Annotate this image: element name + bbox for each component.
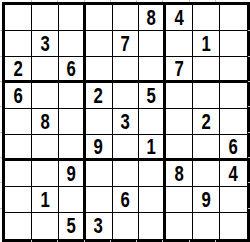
cell-r7c7[interactable]: 8 [166, 161, 193, 187]
cell-r8c1[interactable] [5, 187, 32, 213]
cell-r3c7[interactable]: 7 [166, 57, 193, 83]
cell-r6c5[interactable] [113, 135, 140, 161]
grid-tick [248, 157, 250, 158]
given-digit: 1 [40, 189, 49, 211]
given-digit: 6 [229, 136, 238, 158]
cell-r9c5[interactable] [113, 213, 140, 239]
grid-tick [248, 132, 250, 133]
cell-r2c8[interactable]: 1 [193, 31, 220, 57]
given-digit: 4 [229, 163, 238, 185]
grid-tick [248, 208, 250, 209]
cell-r9c9[interactable] [220, 213, 247, 239]
cell-r7c1[interactable] [5, 161, 32, 187]
cell-r5c8[interactable]: 2 [193, 109, 220, 135]
given-digit: 7 [175, 58, 184, 80]
sudoku-screenshot: 8437126762583291698416953 [0, 0, 250, 242]
given-digit: 9 [66, 163, 75, 185]
cell-r8c2[interactable]: 1 [32, 187, 59, 213]
cell-r1c3[interactable] [59, 5, 86, 31]
grid-tick [215, 0, 216, 2]
cell-r6c2[interactable] [32, 135, 59, 161]
cell-r2c4[interactable] [86, 31, 113, 57]
cell-r3c5[interactable] [113, 57, 140, 83]
cell-r1c8[interactable] [193, 5, 220, 31]
cell-r6c3[interactable] [59, 135, 86, 161]
given-digit: 6 [66, 58, 75, 80]
grid-tick [248, 81, 250, 82]
cell-r6c8[interactable] [193, 135, 220, 161]
grid-tick [0, 182, 2, 183]
cell-r5c5[interactable]: 3 [113, 109, 140, 135]
given-digit: 1 [202, 33, 211, 55]
cell-r7c4[interactable] [86, 161, 113, 187]
grid-tick [248, 30, 250, 31]
grid-tick [0, 106, 2, 107]
cell-r2c1[interactable] [5, 31, 32, 57]
grid-tick [110, 0, 111, 2]
cell-r7c2[interactable] [32, 161, 59, 187]
grid-tick [248, 106, 250, 107]
given-digit: 6 [13, 85, 22, 107]
cell-r5c9[interactable] [220, 109, 247, 135]
cell-r4c2[interactable] [32, 83, 59, 109]
grid-tick [136, 0, 137, 2]
given-digit: 3 [94, 215, 103, 237]
cell-r2c6[interactable] [139, 31, 166, 57]
cell-r4c7[interactable] [166, 83, 193, 109]
grid-tick [248, 56, 250, 57]
given-digit: 8 [175, 163, 184, 185]
cell-r1c6[interactable]: 8 [139, 5, 166, 31]
cell-r7c8[interactable] [193, 161, 220, 187]
cell-r9c2[interactable] [32, 213, 59, 239]
cell-r7c6[interactable] [139, 161, 166, 187]
cell-r8c5[interactable]: 6 [113, 187, 140, 213]
cell-r8c7[interactable] [166, 187, 193, 213]
cell-r3c4[interactable] [86, 57, 113, 83]
cell-r7c3[interactable]: 9 [59, 161, 86, 187]
cell-r3c2[interactable] [32, 57, 59, 83]
given-digit: 9 [202, 189, 211, 211]
cell-r6c9[interactable]: 6 [220, 135, 247, 161]
cell-r5c2[interactable]: 8 [32, 109, 59, 135]
grid-tick [0, 30, 2, 31]
grid-tick [189, 0, 190, 2]
given-digit: 6 [121, 189, 130, 211]
cell-r4c1[interactable]: 6 [5, 83, 32, 109]
given-digit: 9 [94, 136, 103, 158]
cell-r7c5[interactable] [113, 161, 140, 187]
given-digit: 7 [121, 33, 130, 55]
cell-r3c6[interactable] [139, 57, 166, 83]
cell-r3c1[interactable]: 2 [5, 57, 32, 83]
grid-tick [162, 0, 163, 2]
grid-tick [0, 157, 2, 158]
cell-r8c8[interactable]: 9 [193, 187, 220, 213]
given-digit: 2 [94, 85, 103, 107]
given-digit: 5 [147, 85, 156, 107]
given-digit: 3 [40, 33, 49, 55]
grid-tick [84, 0, 85, 2]
given-digit: 8 [40, 111, 49, 133]
grid-tick [57, 0, 58, 2]
cell-r9c4[interactable]: 3 [86, 213, 113, 239]
cell-r5c6[interactable] [139, 109, 166, 135]
cell-r2c7[interactable] [166, 31, 193, 57]
given-digit: 5 [66, 215, 75, 237]
cell-r9c1[interactable] [5, 213, 32, 239]
cell-r4c5[interactable] [113, 83, 140, 109]
cell-r2c9[interactable] [220, 31, 247, 57]
cell-r5c1[interactable] [5, 109, 32, 135]
cell-r1c9[interactable] [220, 5, 247, 31]
cell-r9c3[interactable]: 5 [59, 213, 86, 239]
cell-r1c1[interactable] [5, 5, 32, 31]
cell-r6c4[interactable]: 9 [86, 135, 113, 161]
cell-r7c9[interactable]: 4 [220, 161, 247, 187]
cell-r5c7[interactable] [166, 109, 193, 135]
cell-r8c6[interactable] [139, 187, 166, 213]
grid-tick [0, 208, 2, 209]
given-digit: 2 [202, 111, 211, 133]
cell-r1c2[interactable] [32, 5, 59, 31]
given-digit: 4 [175, 7, 184, 29]
cell-r6c1[interactable] [5, 135, 32, 161]
cell-r5c4[interactable] [86, 109, 113, 135]
given-digit: 8 [147, 7, 156, 29]
cell-r2c3[interactable] [59, 31, 86, 57]
cell-r4c9[interactable] [220, 83, 247, 109]
given-digit: 1 [147, 136, 156, 158]
cell-r1c4[interactable] [86, 5, 113, 31]
cell-r6c6[interactable]: 1 [139, 135, 166, 161]
given-digit: 2 [13, 58, 22, 80]
cell-r4c4[interactable]: 2 [86, 83, 113, 109]
cell-r8c3[interactable] [59, 187, 86, 213]
grid-tick [0, 81, 2, 82]
cell-r2c2[interactable]: 3 [32, 31, 59, 57]
given-digit: 3 [121, 111, 130, 133]
cell-r8c4[interactable] [86, 187, 113, 213]
grid-tick [31, 0, 32, 2]
cell-r1c7[interactable]: 4 [166, 5, 193, 31]
cell-r1c5[interactable] [113, 5, 140, 31]
grid-tick [0, 56, 2, 57]
cell-r9c7[interactable] [166, 213, 193, 239]
grid-tick [248, 182, 250, 183]
cell-r9c8[interactable] [193, 213, 220, 239]
cell-r5c3[interactable] [59, 109, 86, 135]
sudoku-board: 8437126762583291698416953 [2, 2, 250, 242]
cell-r2c5[interactable]: 7 [113, 31, 140, 57]
cell-r8c9[interactable] [220, 187, 247, 213]
cell-r6c7[interactable] [166, 135, 193, 161]
cell-r9c6[interactable] [139, 213, 166, 239]
cell-r4c3[interactable] [59, 83, 86, 109]
cell-r3c3[interactable]: 6 [59, 57, 86, 83]
cell-r4c6[interactable]: 5 [139, 83, 166, 109]
grid-tick [0, 132, 2, 133]
cell-r4c8[interactable] [193, 83, 220, 109]
cell-r3c8[interactable] [193, 57, 220, 83]
cell-r3c9[interactable] [220, 57, 247, 83]
